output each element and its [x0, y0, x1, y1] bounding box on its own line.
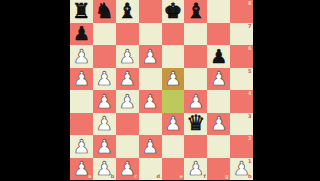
white-pawn: ♟	[119, 91, 136, 110]
square-b4[interactable]: ♟	[93, 90, 116, 113]
square-a8[interactable]: ♜	[70, 0, 93, 23]
square-b5[interactable]: ♟	[93, 68, 116, 91]
square-e3[interactable]: ♟	[162, 113, 185, 136]
square-b2[interactable]: ♟	[93, 135, 116, 158]
square-c8[interactable]: ♝	[116, 0, 139, 23]
square-g2[interactable]	[207, 135, 230, 158]
square-e1[interactable]: e	[162, 158, 185, 181]
square-c1[interactable]: ♟c	[116, 158, 139, 181]
white-pawn: ♟	[96, 91, 113, 110]
square-h1[interactable]: ♟1h	[230, 158, 253, 181]
square-f8[interactable]: ♝	[184, 0, 207, 23]
square-f3[interactable]: ♛	[184, 113, 207, 136]
square-a5[interactable]: ♟	[70, 68, 93, 91]
square-b1[interactable]: ♟b	[93, 158, 116, 181]
white-pawn: ♟	[96, 114, 113, 133]
chess-board: ♜♞♝♚♝8♟7♟♟♟♟6♟♟♟♟♟5♟♟♟♟4♟♟♛♟3♟♟♟2♟a♟b♟cd…	[70, 0, 253, 180]
square-f4[interactable]: ♟	[184, 90, 207, 113]
square-a2[interactable]: ♟	[70, 135, 93, 158]
white-pawn: ♟	[142, 46, 159, 65]
square-h4[interactable]: 4	[230, 90, 253, 113]
file-label-e: e	[179, 174, 182, 179]
square-a1[interactable]: ♟a	[70, 158, 93, 181]
rank-label-1: 1	[248, 159, 251, 164]
square-d5[interactable]	[139, 68, 162, 91]
file-label-c: c	[134, 174, 137, 179]
square-c7[interactable]	[116, 23, 139, 46]
white-pawn: ♟	[210, 69, 227, 88]
square-h2[interactable]: 2	[230, 135, 253, 158]
white-pawn: ♟	[164, 114, 181, 133]
black-bishop: ♝	[186, 0, 205, 21]
square-e8[interactable]: ♚	[162, 0, 185, 23]
square-d6[interactable]: ♟	[139, 45, 162, 68]
square-g8[interactable]	[207, 0, 230, 23]
square-e2[interactable]	[162, 135, 185, 158]
rank-label-2: 2	[248, 136, 251, 141]
white-pawn: ♟	[73, 69, 90, 88]
square-f5[interactable]	[184, 68, 207, 91]
square-h3[interactable]: 3	[230, 113, 253, 136]
file-label-d: d	[156, 174, 160, 179]
square-h8[interactable]: 8	[230, 0, 253, 23]
letterbox-left	[0, 0, 70, 180]
white-pawn: ♟	[96, 136, 113, 155]
square-b3[interactable]: ♟	[93, 113, 116, 136]
square-e7[interactable]	[162, 23, 185, 46]
white-pawn: ♟	[164, 69, 181, 88]
square-b6[interactable]	[93, 45, 116, 68]
square-g5[interactable]: ♟	[207, 68, 230, 91]
file-label-g: g	[225, 174, 229, 179]
square-e5[interactable]: ♟	[162, 68, 185, 91]
black-king: ♚	[164, 0, 183, 21]
square-h6[interactable]: 6	[230, 45, 253, 68]
square-f7[interactable]	[184, 23, 207, 46]
square-c6[interactable]: ♟	[116, 45, 139, 68]
white-pawn: ♟	[142, 91, 159, 110]
white-pawn: ♟	[96, 69, 113, 88]
square-g4[interactable]	[207, 90, 230, 113]
square-c5[interactable]: ♟	[116, 68, 139, 91]
white-pawn: ♟	[187, 159, 204, 178]
white-pawn: ♟	[119, 159, 136, 178]
square-d3[interactable]	[139, 113, 162, 136]
file-label-b: b	[111, 174, 115, 179]
black-rook: ♜	[72, 0, 91, 21]
rank-label-4: 4	[248, 91, 251, 96]
white-pawn: ♟	[73, 46, 90, 65]
file-label-h: h	[248, 174, 252, 179]
rank-label-3: 3	[248, 114, 251, 119]
black-pawn: ♟	[210, 46, 227, 65]
square-a6[interactable]: ♟	[70, 45, 93, 68]
square-g7[interactable]	[207, 23, 230, 46]
square-d4[interactable]: ♟	[139, 90, 162, 113]
square-g1[interactable]: g	[207, 158, 230, 181]
square-a3[interactable]	[70, 113, 93, 136]
square-c4[interactable]: ♟	[116, 90, 139, 113]
square-h5[interactable]: 5	[230, 68, 253, 91]
square-b8[interactable]: ♞	[93, 0, 116, 23]
black-queen: ♛	[186, 113, 205, 134]
video-frame: ♜♞♝♚♝8♟7♟♟♟♟6♟♟♟♟♟5♟♟♟♟4♟♟♛♟3♟♟♟2♟a♟b♟cd…	[0, 0, 320, 180]
rank-label-5: 5	[248, 69, 251, 74]
square-d1[interactable]: d	[139, 158, 162, 181]
square-f6[interactable]	[184, 45, 207, 68]
square-f1[interactable]: ♟f	[184, 158, 207, 181]
white-pawn: ♟	[119, 46, 136, 65]
square-e4[interactable]	[162, 90, 185, 113]
black-knight: ♞	[95, 0, 114, 21]
square-d7[interactable]	[139, 23, 162, 46]
square-g3[interactable]: ♟	[207, 113, 230, 136]
white-pawn: ♟	[142, 136, 159, 155]
square-d8[interactable]	[139, 0, 162, 23]
square-b7[interactable]	[93, 23, 116, 46]
square-e6[interactable]	[162, 45, 185, 68]
square-g6[interactable]: ♟	[207, 45, 230, 68]
rank-label-7: 7	[248, 24, 251, 29]
letterbox-right	[253, 0, 320, 180]
black-bishop: ♝	[118, 0, 137, 21]
white-pawn: ♟	[119, 69, 136, 88]
rank-label-8: 8	[248, 1, 251, 6]
white-pawn: ♟	[187, 91, 204, 110]
black-pawn: ♟	[73, 24, 90, 43]
white-pawn: ♟	[73, 136, 90, 155]
square-d2[interactable]: ♟	[139, 135, 162, 158]
file-label-a: a	[88, 174, 91, 179]
square-a4[interactable]	[70, 90, 93, 113]
square-a7[interactable]: ♟	[70, 23, 93, 46]
square-f2[interactable]	[184, 135, 207, 158]
white-pawn: ♟	[210, 114, 227, 133]
rank-label-6: 6	[248, 46, 251, 51]
square-h7[interactable]: 7	[230, 23, 253, 46]
file-label-f: f	[204, 174, 206, 179]
square-c3[interactable]	[116, 113, 139, 136]
square-c2[interactable]	[116, 135, 139, 158]
